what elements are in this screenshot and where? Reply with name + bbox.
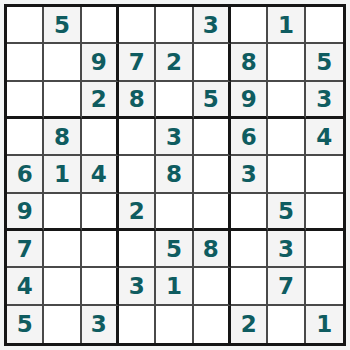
cell-r9c8[interactable]: [268, 306, 305, 343]
cell-r6c1[interactable]: 9: [7, 194, 44, 231]
cell-r7c9[interactable]: [306, 231, 343, 268]
cell-r5c3[interactable]: 4: [82, 156, 119, 193]
cell-r1c3[interactable]: [82, 7, 119, 44]
cell-r4c6[interactable]: [194, 119, 231, 156]
cell-r8c3[interactable]: [82, 268, 119, 305]
cell-r1c7[interactable]: [231, 7, 268, 44]
cell-r6c3[interactable]: [82, 194, 119, 231]
cell-r6c5[interactable]: [156, 194, 193, 231]
cell-r2c8[interactable]: [268, 44, 305, 81]
cell-r3c5[interactable]: [156, 82, 193, 119]
cell-r2c5[interactable]: 2: [156, 44, 193, 81]
cell-r5c6[interactable]: [194, 156, 231, 193]
cell-r3c4[interactable]: 8: [119, 82, 156, 119]
cell-r4c3[interactable]: [82, 119, 119, 156]
cell-r2c7[interactable]: 8: [231, 44, 268, 81]
cell-r1c8[interactable]: 1: [268, 7, 305, 44]
cell-r2c2[interactable]: [44, 44, 81, 81]
cell-r9c1[interactable]: 5: [7, 306, 44, 343]
cell-r6c4[interactable]: 2: [119, 194, 156, 231]
cell-r1c9[interactable]: [306, 7, 343, 44]
cell-r1c4[interactable]: [119, 7, 156, 44]
cell-r9c9[interactable]: 1: [306, 306, 343, 343]
cell-r9c7[interactable]: 2: [231, 306, 268, 343]
cell-r4c2[interactable]: 8: [44, 119, 81, 156]
cell-r7c3[interactable]: [82, 231, 119, 268]
cell-r7c4[interactable]: [119, 231, 156, 268]
cell-r9c5[interactable]: [156, 306, 193, 343]
cell-r4c8[interactable]: [268, 119, 305, 156]
cell-r5c9[interactable]: [306, 156, 343, 193]
cell-r1c6[interactable]: 3: [194, 7, 231, 44]
cell-r6c9[interactable]: [306, 194, 343, 231]
cell-r7c5[interactable]: 5: [156, 231, 193, 268]
cell-r3c2[interactable]: [44, 82, 81, 119]
cell-r8c9[interactable]: [306, 268, 343, 305]
cell-r4c9[interactable]: 4: [306, 119, 343, 156]
cell-r4c5[interactable]: 3: [156, 119, 193, 156]
cell-r8c5[interactable]: 1: [156, 268, 193, 305]
cell-r7c1[interactable]: 7: [7, 231, 44, 268]
cell-r5c8[interactable]: [268, 156, 305, 193]
cell-r2c9[interactable]: 5: [306, 44, 343, 81]
cell-r8c8[interactable]: 7: [268, 268, 305, 305]
cell-r5c5[interactable]: 8: [156, 156, 193, 193]
cell-r3c6[interactable]: 5: [194, 82, 231, 119]
cell-r7c8[interactable]: 3: [268, 231, 305, 268]
cell-r3c3[interactable]: 2: [82, 82, 119, 119]
cell-r7c2[interactable]: [44, 231, 81, 268]
cell-r5c7[interactable]: 3: [231, 156, 268, 193]
cell-r7c6[interactable]: 8: [194, 231, 231, 268]
cell-r3c7[interactable]: 9: [231, 82, 268, 119]
cell-r2c3[interactable]: 9: [82, 44, 119, 81]
cell-r6c7[interactable]: [231, 194, 268, 231]
cell-r8c4[interactable]: 3: [119, 268, 156, 305]
cell-r7c7[interactable]: [231, 231, 268, 268]
cell-r8c1[interactable]: 4: [7, 268, 44, 305]
cell-r5c2[interactable]: 1: [44, 156, 81, 193]
cell-r4c7[interactable]: 6: [231, 119, 268, 156]
sudoku-board-wrap: 5319728528593836461483925758343175321: [4, 4, 346, 346]
cell-r8c6[interactable]: [194, 268, 231, 305]
cell-r9c4[interactable]: [119, 306, 156, 343]
cell-r8c7[interactable]: [231, 268, 268, 305]
cell-r2c6[interactable]: [194, 44, 231, 81]
cell-r5c4[interactable]: [119, 156, 156, 193]
cell-r3c9[interactable]: 3: [306, 82, 343, 119]
cell-r8c2[interactable]: [44, 268, 81, 305]
cell-r6c2[interactable]: [44, 194, 81, 231]
cell-r4c4[interactable]: [119, 119, 156, 156]
cell-r1c5[interactable]: [156, 7, 193, 44]
cell-r2c4[interactable]: 7: [119, 44, 156, 81]
cell-r9c2[interactable]: [44, 306, 81, 343]
cell-r2c1[interactable]: [7, 44, 44, 81]
cell-r5c1[interactable]: 6: [7, 156, 44, 193]
cell-r4c1[interactable]: [7, 119, 44, 156]
cell-r3c1[interactable]: [7, 82, 44, 119]
cell-r9c3[interactable]: 3: [82, 306, 119, 343]
cell-r1c1[interactable]: [7, 7, 44, 44]
cell-r1c2[interactable]: 5: [44, 7, 81, 44]
cell-r6c8[interactable]: 5: [268, 194, 305, 231]
cell-r3c8[interactable]: [268, 82, 305, 119]
cell-r9c6[interactable]: [194, 306, 231, 343]
cell-r6c6[interactable]: [194, 194, 231, 231]
sudoku-board: 5319728528593836461483925758343175321: [4, 4, 346, 346]
